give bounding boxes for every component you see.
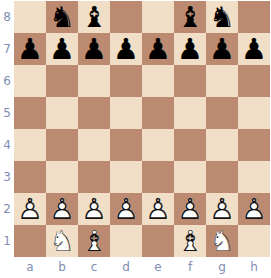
square-h8[interactable] [238, 1, 270, 33]
black-pawn[interactable]: ♟ [174, 33, 206, 65]
square-a2[interactable]: ♟♙ [14, 193, 46, 225]
square-f1[interactable]: ♝♗ [174, 225, 206, 257]
square-e5[interactable] [142, 97, 174, 129]
square-e1[interactable] [142, 225, 174, 257]
square-f8[interactable]: ♝ [174, 1, 206, 33]
square-f7[interactable]: ♟ [174, 33, 206, 65]
rank-label-2: 2 [0, 193, 14, 225]
square-d7[interactable]: ♟ [110, 33, 142, 65]
black-pawn[interactable]: ♟ [78, 33, 110, 65]
white-bishop[interactable]: ♗ [174, 225, 206, 257]
rank-labels-column: 87654321 [0, 1, 14, 277]
square-b5[interactable] [46, 97, 78, 129]
white-pawn[interactable]: ♙ [238, 193, 270, 225]
file-label-f: f [174, 257, 206, 277]
file-label-g: g [206, 257, 238, 277]
square-c8[interactable]: ♝ [78, 1, 110, 33]
square-a7[interactable]: ♟ [14, 33, 46, 65]
white-pawn[interactable]: ♙ [142, 193, 174, 225]
white-bishop[interactable]: ♗ [78, 225, 110, 257]
square-c7[interactable]: ♟ [78, 33, 110, 65]
rank-label-3: 3 [0, 161, 14, 193]
square-g3[interactable] [206, 161, 238, 193]
chess-board-screenshot: 87654321 ♞♝♝♞♟♟♟♟♟♟♟♟♟♙♟♙♟♙♟♙♟♙♟♙♟♙♟♙♞♘♝… [0, 0, 271, 278]
square-a6[interactable] [14, 65, 46, 97]
rank-label-1: 1 [0, 225, 14, 257]
square-b8[interactable]: ♞ [46, 1, 78, 33]
square-h2[interactable]: ♟♙ [238, 193, 270, 225]
black-pawn[interactable]: ♟ [46, 33, 78, 65]
black-pawn[interactable]: ♟ [14, 33, 46, 65]
square-b3[interactable] [46, 161, 78, 193]
square-g4[interactable] [206, 129, 238, 161]
square-d3[interactable] [110, 161, 142, 193]
white-pawn-fill: ♟ [206, 193, 238, 225]
file-label-c: c [78, 257, 110, 277]
square-c3[interactable] [78, 161, 110, 193]
white-pawn-fill: ♟ [238, 193, 270, 225]
white-pawn[interactable]: ♙ [174, 193, 206, 225]
square-d4[interactable] [110, 129, 142, 161]
square-c6[interactable] [78, 65, 110, 97]
square-g2[interactable]: ♟♙ [206, 193, 238, 225]
board-layout: 87654321 ♞♝♝♞♟♟♟♟♟♟♟♟♟♙♟♙♟♙♟♙♟♙♟♙♟♙♟♙♞♘♝… [0, 1, 270, 277]
square-c2[interactable]: ♟♙ [78, 193, 110, 225]
black-knight[interactable]: ♞ [206, 1, 238, 33]
white-pawn-fill: ♟ [142, 193, 174, 225]
black-pawn[interactable]: ♟ [110, 33, 142, 65]
white-bishop-fill: ♝ [174, 225, 206, 257]
square-a3[interactable] [14, 161, 46, 193]
white-pawn-fill: ♟ [110, 193, 142, 225]
square-b1[interactable]: ♞♘ [46, 225, 78, 257]
white-pawn-fill: ♟ [46, 193, 78, 225]
file-labels-row: abcdefgh [14, 257, 270, 277]
square-h5[interactable] [238, 97, 270, 129]
chess-board: ♞♝♝♞♟♟♟♟♟♟♟♟♟♙♟♙♟♙♟♙♟♙♟♙♟♙♟♙♞♘♝♗♝♗♞♘ [14, 1, 270, 257]
square-h7[interactable]: ♟ [238, 33, 270, 65]
square-e8[interactable] [142, 1, 174, 33]
square-e4[interactable] [142, 129, 174, 161]
white-pawn[interactable]: ♙ [78, 193, 110, 225]
square-c5[interactable] [78, 97, 110, 129]
square-c4[interactable] [78, 129, 110, 161]
black-pawn[interactable]: ♟ [238, 33, 270, 65]
white-knight[interactable]: ♘ [206, 225, 238, 257]
file-label-a: a [14, 257, 46, 277]
rank-label-6: 6 [0, 65, 14, 97]
square-h4[interactable] [238, 129, 270, 161]
file-label-h: h [238, 257, 270, 277]
square-a8[interactable] [14, 1, 46, 33]
white-pawn-fill: ♟ [14, 193, 46, 225]
white-bishop-fill: ♝ [78, 225, 110, 257]
file-label-e: e [142, 257, 174, 277]
black-bishop[interactable]: ♝ [174, 1, 206, 33]
white-knight[interactable]: ♘ [46, 225, 78, 257]
square-f6[interactable] [174, 65, 206, 97]
square-g5[interactable] [206, 97, 238, 129]
square-d2[interactable]: ♟♙ [110, 193, 142, 225]
square-g7[interactable]: ♟ [206, 33, 238, 65]
black-pawn[interactable]: ♟ [206, 33, 238, 65]
square-b7[interactable]: ♟ [46, 33, 78, 65]
white-knight-fill: ♞ [206, 225, 238, 257]
black-knight[interactable]: ♞ [46, 1, 78, 33]
white-pawn[interactable]: ♙ [46, 193, 78, 225]
square-a1[interactable] [14, 225, 46, 257]
square-d1[interactable] [110, 225, 142, 257]
white-pawn[interactable]: ♙ [206, 193, 238, 225]
white-pawn-fill: ♟ [174, 193, 206, 225]
square-d5[interactable] [110, 97, 142, 129]
rank-label-7: 7 [0, 33, 14, 65]
board-column: ♞♝♝♞♟♟♟♟♟♟♟♟♟♙♟♙♟♙♟♙♟♙♟♙♟♙♟♙♞♘♝♗♝♗♞♘ abc… [14, 1, 270, 277]
square-h6[interactable] [238, 65, 270, 97]
square-e3[interactable] [142, 161, 174, 193]
square-a5[interactable] [14, 97, 46, 129]
square-b6[interactable] [46, 65, 78, 97]
file-label-d: d [110, 257, 142, 277]
square-g6[interactable] [206, 65, 238, 97]
square-b2[interactable]: ♟♙ [46, 193, 78, 225]
white-pawn[interactable]: ♙ [110, 193, 142, 225]
rank-label-4: 4 [0, 129, 14, 161]
square-g1[interactable]: ♞♘ [206, 225, 238, 257]
square-g8[interactable]: ♞ [206, 1, 238, 33]
rank-label-8: 8 [0, 1, 14, 33]
black-pawn[interactable]: ♟ [142, 33, 174, 65]
square-f4[interactable] [174, 129, 206, 161]
white-knight-fill: ♞ [46, 225, 78, 257]
square-b4[interactable] [46, 129, 78, 161]
square-c1[interactable]: ♝♗ [78, 225, 110, 257]
square-h1[interactable] [238, 225, 270, 257]
square-d6[interactable] [110, 65, 142, 97]
file-label-b: b [46, 257, 78, 277]
square-a4[interactable] [14, 129, 46, 161]
square-e6[interactable] [142, 65, 174, 97]
square-e2[interactable]: ♟♙ [142, 193, 174, 225]
square-f5[interactable] [174, 97, 206, 129]
white-pawn[interactable]: ♙ [14, 193, 46, 225]
square-f3[interactable] [174, 161, 206, 193]
square-h3[interactable] [238, 161, 270, 193]
square-f2[interactable]: ♟♙ [174, 193, 206, 225]
square-e7[interactable]: ♟ [142, 33, 174, 65]
rank-label-5: 5 [0, 97, 14, 129]
white-pawn-fill: ♟ [78, 193, 110, 225]
black-bishop[interactable]: ♝ [78, 1, 110, 33]
square-d8[interactable] [110, 1, 142, 33]
